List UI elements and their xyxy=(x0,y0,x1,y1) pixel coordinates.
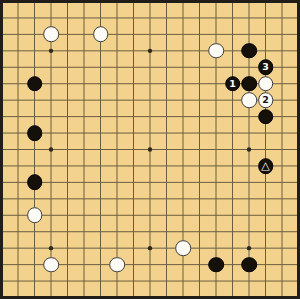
black-stone: △ xyxy=(258,158,274,174)
white-stone xyxy=(27,207,43,223)
black-stone xyxy=(208,257,224,273)
white-stone xyxy=(43,27,59,43)
white-stone xyxy=(241,92,257,108)
white-stone xyxy=(175,240,191,256)
white-stone xyxy=(258,76,274,92)
move-number-label: 3 xyxy=(262,63,269,73)
white-stone xyxy=(93,27,109,43)
black-stone xyxy=(258,109,274,125)
go-board[interactable]: 312△ xyxy=(0,0,300,299)
black-stone xyxy=(27,175,43,191)
stones-layer: 312△ xyxy=(0,0,300,299)
white-stone xyxy=(43,257,59,273)
white-stone xyxy=(208,43,224,59)
black-stone xyxy=(241,76,257,92)
black-stone: 3 xyxy=(258,59,274,75)
black-stone xyxy=(241,43,257,59)
white-stone xyxy=(109,257,125,273)
black-stone xyxy=(27,76,43,92)
black-stone xyxy=(241,257,257,273)
black-stone: 1 xyxy=(225,76,241,92)
triangle-marker: △ xyxy=(261,160,269,171)
black-stone xyxy=(27,125,43,141)
white-stone: 2 xyxy=(258,92,274,108)
move-number-label: 2 xyxy=(262,95,269,105)
move-number-label: 1 xyxy=(229,79,236,89)
